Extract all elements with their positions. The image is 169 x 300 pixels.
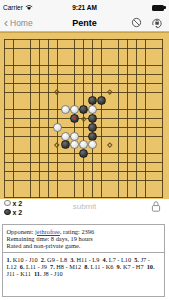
star-point: [55, 142, 60, 147]
stone-black: [70, 114, 79, 123]
pente-app-screen: Carrier 9:21 AM ‹ Home Pente: [0, 0, 169, 300]
opponent-rating: , rating: 2396: [60, 228, 94, 235]
stone-white: [70, 132, 79, 141]
star-point: [107, 90, 112, 95]
star-point: [55, 90, 60, 95]
stone-black: [97, 96, 106, 105]
submit-button[interactable]: submit: [0, 202, 169, 211]
stone-black: [88, 114, 97, 123]
rated-line: Rated and non-private game.: [7, 242, 161, 249]
opponent-line: Opponent: jethrofree, rating: 2396: [7, 228, 161, 235]
stone-white: [61, 105, 70, 114]
stone-white: [70, 140, 79, 149]
star-point: [107, 142, 112, 147]
stone-black: [79, 105, 88, 114]
lock-icon[interactable]: [150, 200, 162, 213]
stone-white: [88, 140, 97, 149]
opponent-prefix: Opponent:: [7, 228, 36, 235]
battery-icon: [152, 5, 166, 11]
stone-white: [88, 105, 97, 114]
stones-layer: [0, 35, 167, 202]
last-move-marker: [73, 117, 76, 120]
stone-black: [79, 149, 88, 158]
game-info-box: Opponent: jethrofree, rating: 2396 Remai…: [2, 224, 165, 297]
stone-black: [88, 96, 97, 105]
stone-white: [79, 140, 88, 149]
move-list: 1. K10 - J10 2. G9 - L8 3. H11 - L9 4. L…: [7, 256, 161, 278]
nav-bar: ‹ Home Pente: [0, 14, 169, 32]
stone-white: [61, 132, 70, 141]
stone-black: [61, 140, 70, 149]
divider: [3, 252, 164, 253]
status-bar: Carrier 9:21 AM: [0, 0, 169, 14]
stone-white: [53, 123, 62, 132]
controls-strip: x 2 x 2 submit: [0, 199, 169, 222]
no-entry-icon[interactable]: [131, 17, 142, 28]
clock: 9:21 AM: [0, 4, 169, 11]
board[interactable]: [0, 32, 169, 199]
stone-black: [88, 123, 97, 132]
stone-black: [88, 132, 97, 141]
remaining-time-line: Remaining time: 8 days, 19 hours: [7, 235, 161, 242]
opponent-link[interactable]: jethrofree: [35, 228, 60, 235]
star-point: [81, 116, 86, 121]
stone-white: [70, 105, 79, 114]
rotation-lock-icon[interactable]: [151, 17, 163, 29]
